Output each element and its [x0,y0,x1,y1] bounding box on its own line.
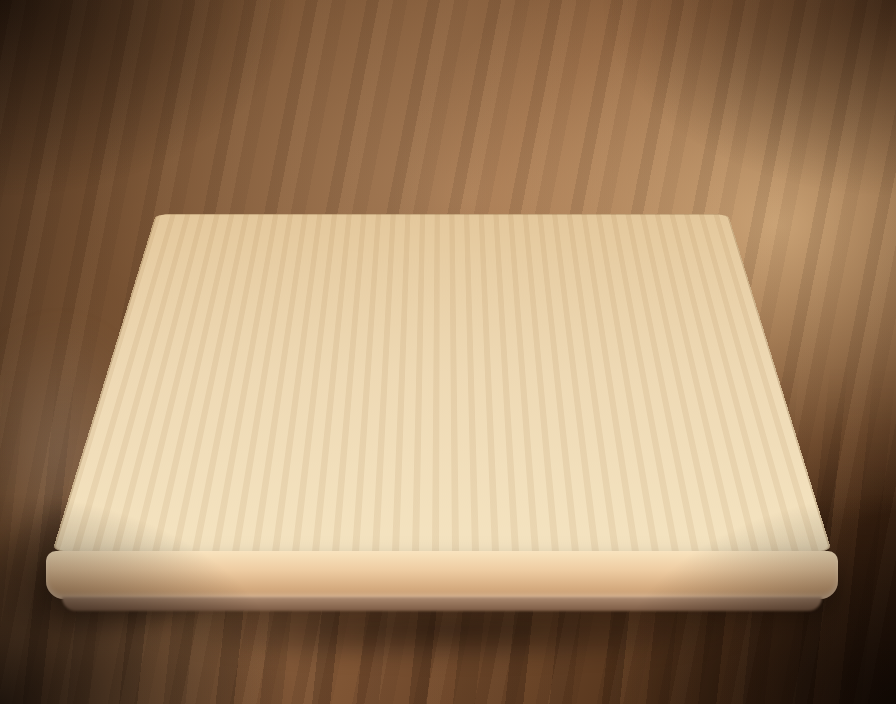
chess-board [52,214,832,552]
scene [0,0,896,704]
board-surface [52,214,832,552]
board-base-edge [62,597,822,611]
board-front-face [46,551,838,599]
board-grid [90,222,794,537]
